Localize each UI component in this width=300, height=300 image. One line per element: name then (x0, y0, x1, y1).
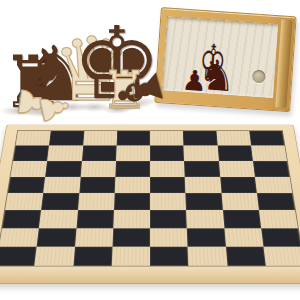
board-square (116, 146, 150, 161)
board-frame (0, 125, 300, 284)
board-square (37, 228, 76, 246)
board-square (83, 131, 117, 146)
board-square (82, 146, 117, 161)
chess-board (0, 48, 300, 284)
board-square (47, 146, 82, 161)
board-square (16, 131, 51, 146)
board-square (185, 177, 221, 193)
board-square (184, 146, 219, 161)
board-square (45, 161, 81, 177)
board-square (251, 146, 287, 161)
board-square (187, 228, 225, 246)
board-square (39, 210, 77, 228)
board-square (41, 193, 79, 210)
board-square (34, 246, 74, 265)
board-square (150, 177, 186, 193)
board-square (114, 193, 150, 210)
board-square (225, 246, 265, 265)
board-square (150, 193, 186, 210)
board-square (2, 210, 41, 228)
board-square (220, 177, 257, 193)
board-square (13, 146, 49, 161)
board-square (113, 210, 150, 228)
board-square (150, 246, 189, 265)
board-square (184, 161, 220, 177)
board-square (249, 131, 284, 146)
board-square (150, 210, 187, 228)
board-square (259, 210, 298, 228)
board-grid (0, 130, 300, 266)
board-square (255, 177, 293, 193)
board-square (150, 131, 184, 146)
board-square (261, 228, 300, 246)
board-square (5, 193, 43, 210)
board-square (188, 246, 227, 265)
board-square (78, 193, 115, 210)
board-square (8, 177, 46, 193)
board-square (116, 131, 150, 146)
board-square (0, 228, 39, 246)
board-square (216, 131, 251, 146)
board-square (0, 246, 37, 265)
board-square (79, 177, 115, 193)
board-square (73, 246, 112, 265)
board-square (150, 161, 185, 177)
board-square (183, 131, 217, 146)
board-square (115, 161, 150, 177)
board-square (222, 210, 260, 228)
board-square (112, 228, 150, 246)
board-square (76, 210, 114, 228)
board-square (224, 228, 263, 246)
board-square (150, 146, 184, 161)
board-square (186, 210, 224, 228)
board-square (257, 193, 295, 210)
board-square (217, 146, 252, 161)
board-square (49, 131, 84, 146)
board-square (263, 246, 300, 265)
board-square (253, 161, 290, 177)
board-square (111, 246, 150, 265)
board-square (150, 228, 188, 246)
board-square (221, 193, 259, 210)
board-square (43, 177, 80, 193)
board-square (10, 161, 47, 177)
board-square (114, 177, 150, 193)
board-square (186, 193, 223, 210)
product-photo-chess-set: ♔ ♟ ♞ ♜ ♞ ♟ ♟ ♛ ♚ ♜ ♝ (0, 0, 300, 300)
board-square (75, 228, 113, 246)
board-square (80, 161, 116, 177)
board-square (218, 161, 254, 177)
